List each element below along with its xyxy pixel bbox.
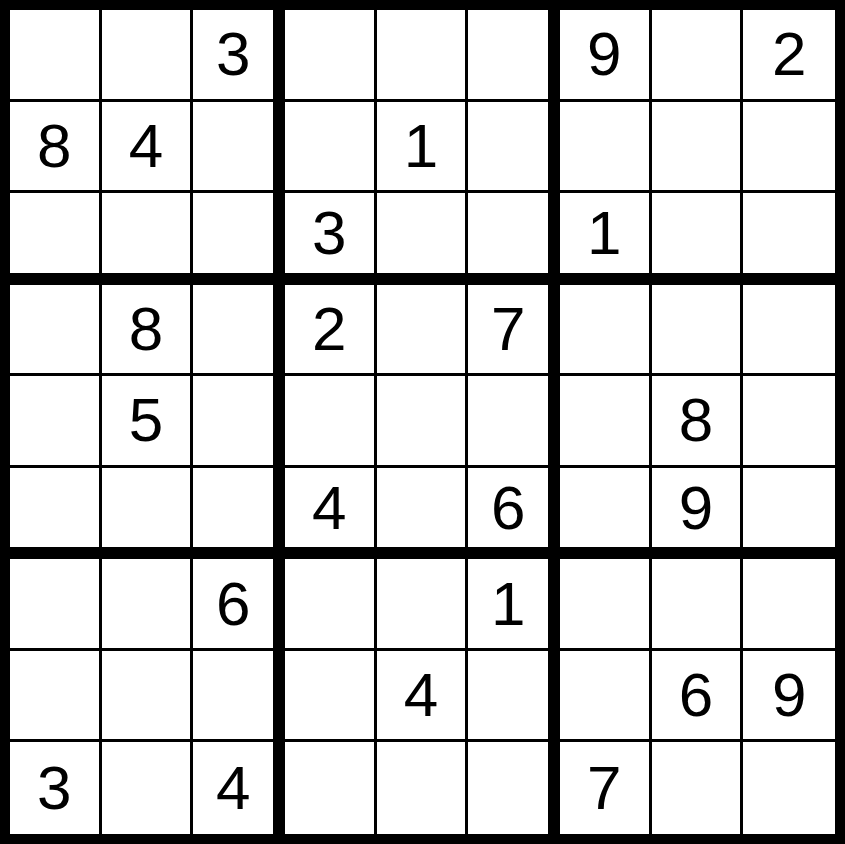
cell-r7c3[interactable]: 6	[193, 559, 285, 651]
cell-r3c1[interactable]	[10, 193, 102, 285]
cell-r1c8[interactable]	[652, 10, 744, 102]
cell-r8c9[interactable]: 9	[743, 651, 835, 743]
cell-r6c3[interactable]	[193, 468, 285, 560]
cell-r6c4[interactable]: 4	[285, 468, 377, 560]
cell-r1c9[interactable]: 2	[743, 10, 835, 102]
cell-r1c5[interactable]	[377, 10, 469, 102]
cell-r1c4[interactable]	[285, 10, 377, 102]
cell-r9c1[interactable]: 3	[10, 742, 102, 834]
cell-r2c1[interactable]: 8	[10, 102, 102, 194]
cell-r5c4[interactable]	[285, 376, 377, 468]
cell-r1c7[interactable]: 9	[560, 10, 652, 102]
cell-r4c1[interactable]	[10, 285, 102, 377]
cell-r9c6[interactable]	[468, 742, 560, 834]
cell-r6c2[interactable]	[102, 468, 194, 560]
cell-r5c6[interactable]	[468, 376, 560, 468]
cell-r3c4[interactable]: 3	[285, 193, 377, 285]
cell-r7c8[interactable]	[652, 559, 744, 651]
cell-r4c8[interactable]	[652, 285, 744, 377]
cell-r4c5[interactable]	[377, 285, 469, 377]
cell-r3c2[interactable]	[102, 193, 194, 285]
cell-r5c8[interactable]: 8	[652, 376, 744, 468]
cell-r3c7[interactable]: 1	[560, 193, 652, 285]
cell-r2c8[interactable]	[652, 102, 744, 194]
cell-r8c3[interactable]	[193, 651, 285, 743]
cell-r3c8[interactable]	[652, 193, 744, 285]
cell-r3c6[interactable]	[468, 193, 560, 285]
cell-r5c5[interactable]	[377, 376, 469, 468]
cell-r2c7[interactable]	[560, 102, 652, 194]
cell-r7c1[interactable]	[10, 559, 102, 651]
cell-r4c3[interactable]	[193, 285, 285, 377]
cell-r2c5[interactable]: 1	[377, 102, 469, 194]
cell-r9c2[interactable]	[102, 742, 194, 834]
cell-r8c8[interactable]: 6	[652, 651, 744, 743]
cell-r5c9[interactable]	[743, 376, 835, 468]
cell-r4c6[interactable]: 7	[468, 285, 560, 377]
cell-r7c7[interactable]	[560, 559, 652, 651]
cell-r6c6[interactable]: 6	[468, 468, 560, 560]
cell-r9c5[interactable]	[377, 742, 469, 834]
cell-r7c6[interactable]: 1	[468, 559, 560, 651]
cell-r2c6[interactable]	[468, 102, 560, 194]
cell-r5c3[interactable]	[193, 376, 285, 468]
cell-r2c2[interactable]: 4	[102, 102, 194, 194]
cell-r5c2[interactable]: 5	[102, 376, 194, 468]
cell-r6c8[interactable]: 9	[652, 468, 744, 560]
cell-r5c7[interactable]	[560, 376, 652, 468]
cell-r1c3[interactable]: 3	[193, 10, 285, 102]
cell-r9c9[interactable]	[743, 742, 835, 834]
cell-r7c5[interactable]	[377, 559, 469, 651]
cell-r6c9[interactable]	[743, 468, 835, 560]
cell-r8c2[interactable]	[102, 651, 194, 743]
cell-r4c4[interactable]: 2	[285, 285, 377, 377]
cell-r4c9[interactable]	[743, 285, 835, 377]
cell-r8c7[interactable]	[560, 651, 652, 743]
cell-r6c5[interactable]	[377, 468, 469, 560]
cell-r8c4[interactable]	[285, 651, 377, 743]
cell-r5c1[interactable]	[10, 376, 102, 468]
cell-r9c3[interactable]: 4	[193, 742, 285, 834]
cell-r4c7[interactable]	[560, 285, 652, 377]
cell-r1c1[interactable]	[10, 10, 102, 102]
cell-r7c2[interactable]	[102, 559, 194, 651]
cell-r9c8[interactable]	[652, 742, 744, 834]
cell-r2c4[interactable]	[285, 102, 377, 194]
cell-r8c1[interactable]	[10, 651, 102, 743]
cell-r8c5[interactable]: 4	[377, 651, 469, 743]
cell-r6c1[interactable]	[10, 468, 102, 560]
cell-r8c6[interactable]	[468, 651, 560, 743]
cell-r3c9[interactable]	[743, 193, 835, 285]
cell-r2c3[interactable]	[193, 102, 285, 194]
cell-r1c2[interactable]	[102, 10, 194, 102]
cell-r3c3[interactable]	[193, 193, 285, 285]
cell-r9c4[interactable]	[285, 742, 377, 834]
sudoku-board: 3 9 2 8 4 1 3 1 8 2 7 5 8 4 6 9 6 1	[0, 0, 845, 844]
cell-r7c9[interactable]	[743, 559, 835, 651]
cell-r1c6[interactable]	[468, 10, 560, 102]
cell-r3c5[interactable]	[377, 193, 469, 285]
cell-r4c2[interactable]: 8	[102, 285, 194, 377]
cell-r6c7[interactable]	[560, 468, 652, 560]
cell-r7c4[interactable]	[285, 559, 377, 651]
cell-r9c7[interactable]: 7	[560, 742, 652, 834]
cell-r2c9[interactable]	[743, 102, 835, 194]
